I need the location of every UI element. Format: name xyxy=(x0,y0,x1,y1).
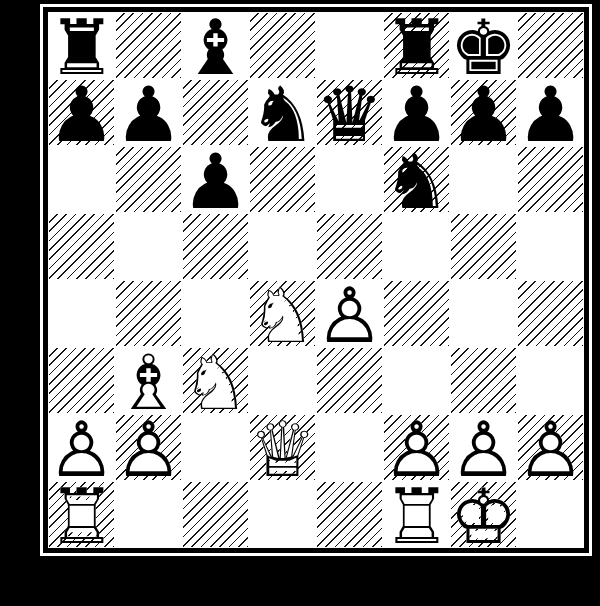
piece-black-pawn[interactable]: ♟ xyxy=(182,146,249,213)
square-h8[interactable] xyxy=(517,12,584,79)
piece-outline: ♙ xyxy=(316,282,383,349)
square-g3[interactable] xyxy=(450,347,517,414)
square-b1[interactable] xyxy=(115,481,182,548)
square-d8[interactable] xyxy=(249,12,316,79)
piece-white-bishop[interactable]: ♝♗ xyxy=(115,347,182,414)
square-c2[interactable] xyxy=(182,414,249,481)
square-e1[interactable] xyxy=(316,481,383,548)
piece-white-pawn[interactable]: ♟♙ xyxy=(316,280,383,347)
square-a4[interactable] xyxy=(48,280,115,347)
piece-body: ♟ xyxy=(450,81,517,148)
square-d1[interactable] xyxy=(249,481,316,548)
square-e4[interactable]: ♟♙ xyxy=(316,280,383,347)
square-h2[interactable]: ♟♙ xyxy=(517,414,584,481)
piece-black-bishop[interactable]: ♝ xyxy=(182,12,249,79)
square-g7[interactable]: ♟ xyxy=(450,79,517,146)
square-c3[interactable]: ♞♘ xyxy=(182,347,249,414)
piece-black-queen[interactable]: ♛ xyxy=(316,79,383,146)
square-e3[interactable] xyxy=(316,347,383,414)
piece-black-king[interactable]: ♚ xyxy=(450,12,517,79)
piece-body: ♞ xyxy=(249,81,316,148)
piece-outline: ♘ xyxy=(182,349,249,416)
piece-black-pawn[interactable]: ♟ xyxy=(115,79,182,146)
square-e2[interactable] xyxy=(316,414,383,481)
square-f4[interactable] xyxy=(383,280,450,347)
piece-black-pawn[interactable]: ♟ xyxy=(517,79,584,146)
square-c1[interactable] xyxy=(182,481,249,548)
piece-body: ♟ xyxy=(48,81,115,148)
square-h6[interactable] xyxy=(517,146,584,213)
square-b6[interactable] xyxy=(115,146,182,213)
square-f8[interactable]: ♜ xyxy=(383,12,450,79)
piece-body: ♟ xyxy=(115,81,182,148)
piece-black-pawn[interactable]: ♟ xyxy=(48,79,115,146)
square-a2[interactable]: ♟♙ xyxy=(48,414,115,481)
chess-board: ♜♝♜♚♟♟♞♛♟♟♟♟♞♞♘♟♙♝♗♞♘♟♙♟♙♛♕♟♙♟♙♟♙♜♖♜♖♚♔ xyxy=(43,7,589,553)
square-e7[interactable]: ♛ xyxy=(316,79,383,146)
square-a5[interactable] xyxy=(48,213,115,280)
square-h3[interactable] xyxy=(517,347,584,414)
piece-black-pawn[interactable]: ♟ xyxy=(450,79,517,146)
square-a1[interactable]: ♜♖ xyxy=(48,481,115,548)
square-h4[interactable] xyxy=(517,280,584,347)
square-a7[interactable]: ♟ xyxy=(48,79,115,146)
square-g4[interactable] xyxy=(450,280,517,347)
square-e5[interactable] xyxy=(316,213,383,280)
square-f2[interactable]: ♟♙ xyxy=(383,414,450,481)
piece-outline: ♙ xyxy=(115,416,182,483)
piece-white-pawn[interactable]: ♟♙ xyxy=(115,414,182,481)
piece-black-knight[interactable]: ♞ xyxy=(383,146,450,213)
square-b5[interactable] xyxy=(115,213,182,280)
square-e6[interactable] xyxy=(316,146,383,213)
square-g1[interactable]: ♚♔ xyxy=(450,481,517,548)
square-b3[interactable]: ♝♗ xyxy=(115,347,182,414)
piece-body: ♞ xyxy=(383,148,450,215)
square-g5[interactable] xyxy=(450,213,517,280)
piece-outline: ♙ xyxy=(517,416,584,483)
square-h1[interactable] xyxy=(517,481,584,548)
piece-black-rook[interactable]: ♜ xyxy=(383,12,450,79)
square-g2[interactable]: ♟♙ xyxy=(450,414,517,481)
piece-white-rook[interactable]: ♜♖ xyxy=(383,481,450,548)
piece-body: ♝ xyxy=(182,14,249,81)
piece-black-pawn[interactable]: ♟ xyxy=(383,79,450,146)
piece-white-queen[interactable]: ♛♕ xyxy=(249,414,316,481)
square-b2[interactable]: ♟♙ xyxy=(115,414,182,481)
piece-outline: ♔ xyxy=(450,483,517,550)
square-c8[interactable]: ♝ xyxy=(182,12,249,79)
piece-white-pawn[interactable]: ♟♙ xyxy=(450,414,517,481)
square-f1[interactable]: ♜♖ xyxy=(383,481,450,548)
square-d7[interactable]: ♞ xyxy=(249,79,316,146)
piece-white-knight[interactable]: ♞♘ xyxy=(182,347,249,414)
square-c4[interactable] xyxy=(182,280,249,347)
square-g8[interactable]: ♚ xyxy=(450,12,517,79)
piece-black-knight[interactable]: ♞ xyxy=(249,79,316,146)
square-f7[interactable]: ♟ xyxy=(383,79,450,146)
square-h5[interactable] xyxy=(517,213,584,280)
piece-white-pawn[interactable]: ♟♙ xyxy=(383,414,450,481)
piece-white-king[interactable]: ♚♔ xyxy=(450,481,517,548)
square-f3[interactable] xyxy=(383,347,450,414)
square-c5[interactable] xyxy=(182,213,249,280)
square-h7[interactable]: ♟ xyxy=(517,79,584,146)
square-a3[interactable] xyxy=(48,347,115,414)
piece-white-pawn[interactable]: ♟♙ xyxy=(48,414,115,481)
diagram-canvas: ♜♝♜♚♟♟♞♛♟♟♟♟♞♞♘♟♙♝♗♞♘♟♙♟♙♛♕♟♙♟♙♟♙♜♖♜♖♚♔ xyxy=(0,0,600,606)
square-g6[interactable] xyxy=(450,146,517,213)
square-a6[interactable] xyxy=(48,146,115,213)
square-d6[interactable] xyxy=(249,146,316,213)
piece-white-pawn[interactable]: ♟♙ xyxy=(517,414,584,481)
piece-outline: ♕ xyxy=(249,416,316,483)
square-b8[interactable] xyxy=(115,12,182,79)
square-f6[interactable]: ♞ xyxy=(383,146,450,213)
board-frame: ♜♝♜♚♟♟♞♛♟♟♟♟♞♞♘♟♙♝♗♞♘♟♙♟♙♛♕♟♙♟♙♟♙♜♖♜♖♚♔ xyxy=(40,4,592,556)
piece-white-rook[interactable]: ♜♖ xyxy=(48,481,115,548)
piece-outline: ♖ xyxy=(383,483,450,550)
piece-white-knight[interactable]: ♞♘ xyxy=(249,280,316,347)
square-d5[interactable] xyxy=(249,213,316,280)
piece-black-rook[interactable]: ♜ xyxy=(48,12,115,79)
square-a8[interactable]: ♜ xyxy=(48,12,115,79)
square-d4[interactable]: ♞♘ xyxy=(249,280,316,347)
piece-outline: ♖ xyxy=(48,483,115,550)
square-d3[interactable] xyxy=(249,347,316,414)
square-f5[interactable] xyxy=(383,213,450,280)
square-c6[interactable]: ♟ xyxy=(182,146,249,213)
piece-body: ♟ xyxy=(517,81,584,148)
piece-outline: ♘ xyxy=(249,282,316,349)
square-b4[interactable] xyxy=(115,280,182,347)
square-b7[interactable]: ♟ xyxy=(115,79,182,146)
square-c7[interactable] xyxy=(182,79,249,146)
piece-body: ♛ xyxy=(316,81,383,148)
piece-body: ♟ xyxy=(182,148,249,215)
square-e8[interactable] xyxy=(316,12,383,79)
square-d2[interactable]: ♛♕ xyxy=(249,414,316,481)
